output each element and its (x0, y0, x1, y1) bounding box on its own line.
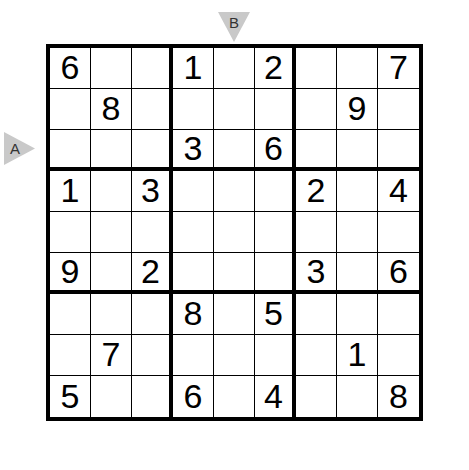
cell-r2-c4[interactable] (173, 89, 214, 130)
marker-a-label: A (10, 140, 20, 157)
cell-r6-c8[interactable] (337, 253, 378, 294)
cell-r2-c2[interactable]: 8 (91, 89, 132, 130)
cell-r6-c1[interactable]: 9 (50, 253, 91, 294)
cell-r2-c3[interactable] (132, 89, 173, 130)
cell-r7-c5[interactable] (214, 294, 255, 335)
cell-r6-c5[interactable] (214, 253, 255, 294)
cell-r8-c2[interactable]: 7 (91, 335, 132, 376)
cell-r1-c6[interactable]: 2 (255, 48, 296, 89)
cell-r4-c6[interactable] (255, 171, 296, 212)
cell-r7-c1[interactable] (50, 294, 91, 335)
cell-r4-c9[interactable]: 4 (378, 171, 419, 212)
cell-r2-c9[interactable] (378, 89, 419, 130)
cell-r6-c2[interactable] (91, 253, 132, 294)
cell-r4-c2[interactable] (91, 171, 132, 212)
cell-r7-c6[interactable]: 5 (255, 294, 296, 335)
cell-r7-c7[interactable] (296, 294, 337, 335)
cell-r7-c9[interactable] (378, 294, 419, 335)
cell-r4-c1[interactable]: 1 (50, 171, 91, 212)
cell-r4-c5[interactable] (214, 171, 255, 212)
cell-r9-c9[interactable]: 8 (378, 376, 419, 417)
cell-r5-c3[interactable] (132, 212, 173, 253)
cell-r5-c8[interactable] (337, 212, 378, 253)
cell-r6-c9[interactable]: 6 (378, 253, 419, 294)
cell-r6-c7[interactable]: 3 (296, 253, 337, 294)
cell-r8-c9[interactable] (378, 335, 419, 376)
cell-r7-c3[interactable] (132, 294, 173, 335)
cell-r5-c4[interactable] (173, 212, 214, 253)
cell-r2-c5[interactable] (214, 89, 255, 130)
cell-r8-c4[interactable] (173, 335, 214, 376)
cell-r3-c5[interactable] (214, 130, 255, 171)
cell-r8-c7[interactable] (296, 335, 337, 376)
cell-r1-c2[interactable] (91, 48, 132, 89)
cell-r3-c6[interactable]: 6 (255, 130, 296, 171)
cell-r2-c8[interactable]: 9 (337, 89, 378, 130)
cell-r9-c3[interactable] (132, 376, 173, 417)
cell-r9-c5[interactable] (214, 376, 255, 417)
cell-r7-c8[interactable] (337, 294, 378, 335)
cell-r7-c2[interactable] (91, 294, 132, 335)
cell-r1-c7[interactable] (296, 48, 337, 89)
cell-r5-c2[interactable] (91, 212, 132, 253)
cell-r5-c1[interactable] (50, 212, 91, 253)
cell-r1-c3[interactable] (132, 48, 173, 89)
cell-r1-c1[interactable]: 6 (50, 48, 91, 89)
cell-r3-c2[interactable] (91, 130, 132, 171)
cell-r4-c4[interactable] (173, 171, 214, 212)
cell-r4-c7[interactable]: 2 (296, 171, 337, 212)
sudoku-puzzle-page: B A 612789361324923685715648 (0, 0, 469, 470)
cell-r4-c8[interactable] (337, 171, 378, 212)
cell-r9-c7[interactable] (296, 376, 337, 417)
cell-r2-c6[interactable] (255, 89, 296, 130)
cell-r8-c1[interactable] (50, 335, 91, 376)
cell-r1-c9[interactable]: 7 (378, 48, 419, 89)
cell-r5-c6[interactable] (255, 212, 296, 253)
cell-r9-c8[interactable] (337, 376, 378, 417)
cell-r4-c3[interactable]: 3 (132, 171, 173, 212)
marker-b-column-indicator: B (218, 12, 250, 42)
cell-r8-c6[interactable] (255, 335, 296, 376)
cell-r8-c5[interactable] (214, 335, 255, 376)
marker-b-label: B (229, 14, 239, 31)
cell-r3-c1[interactable] (50, 130, 91, 171)
cell-r1-c4[interactable]: 1 (173, 48, 214, 89)
cell-r3-c8[interactable] (337, 130, 378, 171)
cell-r6-c3[interactable]: 2 (132, 253, 173, 294)
cell-r6-c4[interactable] (173, 253, 214, 294)
cell-r5-c9[interactable] (378, 212, 419, 253)
cell-r3-c4[interactable]: 3 (173, 130, 214, 171)
cell-r9-c2[interactable] (91, 376, 132, 417)
cell-r1-c5[interactable] (214, 48, 255, 89)
cell-r3-c9[interactable] (378, 130, 419, 171)
cell-r9-c1[interactable]: 5 (50, 376, 91, 417)
marker-a-row-indicator: A (4, 132, 35, 165)
cell-r5-c5[interactable] (214, 212, 255, 253)
cell-r5-c7[interactable] (296, 212, 337, 253)
cell-r8-c3[interactable] (132, 335, 173, 376)
cell-r9-c6[interactable]: 4 (255, 376, 296, 417)
cell-r7-c4[interactable]: 8 (173, 294, 214, 335)
cell-r2-c1[interactable] (50, 89, 91, 130)
cell-r8-c8[interactable]: 1 (337, 335, 378, 376)
sudoku-board: 612789361324923685715648 (46, 44, 423, 421)
cell-r3-c7[interactable] (296, 130, 337, 171)
cell-r2-c7[interactable] (296, 89, 337, 130)
cell-r6-c6[interactable] (255, 253, 296, 294)
cell-r9-c4[interactable]: 6 (173, 376, 214, 417)
cell-r1-c8[interactable] (337, 48, 378, 89)
cell-r3-c3[interactable] (132, 130, 173, 171)
